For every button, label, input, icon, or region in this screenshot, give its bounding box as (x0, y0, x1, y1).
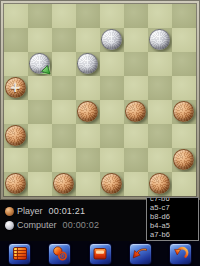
square-h1[interactable] (172, 172, 196, 196)
piece-bronze-man-f4[interactable] (125, 101, 146, 122)
piece-bronze-king-a5[interactable]: + (5, 77, 26, 98)
piece-bronze-man-d4[interactable] (77, 101, 98, 122)
square-a3[interactable] (4, 124, 28, 148)
square-h4[interactable] (172, 100, 196, 124)
square-d4[interactable] (76, 100, 100, 124)
undo-arrow-icon (173, 246, 189, 261)
square-g4[interactable] (148, 100, 172, 124)
square-a6[interactable] (4, 52, 28, 76)
player-clocks: Player 00:01:21 Computer 00:00:02 (5, 205, 99, 233)
computer-name: Computer (17, 220, 57, 230)
square-f8[interactable] (124, 4, 148, 28)
square-b4[interactable] (28, 100, 52, 124)
board-grid: + (4, 4, 196, 196)
square-f6[interactable] (124, 52, 148, 76)
bronze-piece-icon (5, 207, 14, 216)
square-a5[interactable]: + (4, 76, 28, 100)
square-h3[interactable] (172, 124, 196, 148)
square-a8[interactable] (4, 4, 28, 28)
move-table-button[interactable] (8, 243, 31, 265)
square-c3[interactable] (52, 124, 76, 148)
square-d8[interactable] (76, 4, 100, 28)
piece-white-man-g7[interactable] (149, 29, 170, 50)
last-move-arrow-icon (38, 62, 51, 75)
square-g2[interactable] (148, 148, 172, 172)
square-h5[interactable] (172, 76, 196, 100)
square-b1[interactable] (28, 172, 52, 196)
hint-arrow-icon (132, 246, 148, 261)
square-a1[interactable] (4, 172, 28, 196)
status-panel: Player 00:01:21 Computer 00:00:02 c7-b6a… (0, 200, 200, 266)
move-list[interactable]: c7-b6a5-c7b8-d6b4-a5a7-b6 (146, 197, 199, 241)
square-g3[interactable] (148, 124, 172, 148)
square-e7[interactable] (100, 28, 124, 52)
piece-bronze-man-a3[interactable] (5, 125, 26, 146)
square-e2[interactable] (100, 148, 124, 172)
square-a4[interactable] (4, 100, 28, 124)
square-g8[interactable] (148, 4, 172, 28)
piece-bronze-man-h2[interactable] (173, 149, 194, 170)
square-c2[interactable] (52, 148, 76, 172)
square-g6[interactable] (148, 52, 172, 76)
toolbar (0, 241, 200, 266)
square-e6[interactable] (100, 52, 124, 76)
white-piece-icon (5, 221, 14, 230)
square-c1[interactable] (52, 172, 76, 196)
piece-bronze-man-h4[interactable] (173, 101, 194, 122)
player-name: Player (17, 206, 43, 216)
king-cross-icon: + (6, 78, 25, 97)
square-f4[interactable] (124, 100, 148, 124)
square-e3[interactable] (100, 124, 124, 148)
new-game-button[interactable] (48, 243, 71, 265)
square-f5[interactable] (124, 76, 148, 100)
piece-white-man-b6[interactable] (29, 53, 50, 74)
square-b8[interactable] (28, 4, 52, 28)
square-b2[interactable] (28, 148, 52, 172)
square-f1[interactable] (124, 172, 148, 196)
square-g5[interactable] (148, 76, 172, 100)
computer-row: Computer 00:00:02 (5, 219, 99, 231)
square-d5[interactable] (76, 76, 100, 100)
square-d2[interactable] (76, 148, 100, 172)
square-b5[interactable] (28, 76, 52, 100)
square-g7[interactable] (148, 28, 172, 52)
square-c4[interactable] (52, 100, 76, 124)
square-d1[interactable] (76, 172, 100, 196)
piece-bronze-man-a1[interactable] (5, 173, 26, 194)
piece-bronze-man-c1[interactable] (53, 173, 74, 194)
piece-bronze-man-e1[interactable] (101, 173, 122, 194)
square-c8[interactable] (52, 4, 76, 28)
square-a2[interactable] (4, 148, 28, 172)
square-e1[interactable] (100, 172, 124, 196)
player-clock: 00:01:21 (49, 206, 86, 216)
square-g1[interactable] (148, 172, 172, 196)
square-d6[interactable] (76, 52, 100, 76)
square-f7[interactable] (124, 28, 148, 52)
computer-clock: 00:00:02 (63, 220, 100, 230)
square-h2[interactable] (172, 148, 196, 172)
piece-bronze-man-g1[interactable] (149, 173, 170, 194)
move-entry: a7-b6 (150, 230, 198, 239)
board-save-icon (92, 246, 108, 261)
square-c6[interactable] (52, 52, 76, 76)
move-list-content: c7-b6a5-c7b8-d6b4-a5a7-b6 (147, 197, 198, 239)
new-game-pieces-icon (52, 246, 68, 261)
square-h8[interactable] (172, 4, 196, 28)
move-entry: a5-c7 (150, 203, 198, 212)
undo-button[interactable] (169, 243, 192, 265)
piece-white-man-e7[interactable] (101, 29, 122, 50)
board-save-button[interactable] (89, 243, 112, 265)
square-b7[interactable] (28, 28, 52, 52)
piece-white-man-d6[interactable] (77, 53, 98, 74)
square-d3[interactable] (76, 124, 100, 148)
checkers-app: + Player 00:01:21 Computer 00:00:02 c7-b… (0, 0, 200, 266)
square-a7[interactable] (4, 28, 28, 52)
move-table-icon (12, 246, 28, 261)
square-b3[interactable] (28, 124, 52, 148)
square-c5[interactable] (52, 76, 76, 100)
square-f3[interactable] (124, 124, 148, 148)
move-entry: b8-d6 (150, 212, 198, 221)
player-row: Player 00:01:21 (5, 205, 99, 217)
square-f2[interactable] (124, 148, 148, 172)
square-c7[interactable] (52, 28, 76, 52)
square-e5[interactable] (100, 76, 124, 100)
checkers-board: + (0, 0, 200, 200)
square-d7[interactable] (76, 28, 100, 52)
square-h6[interactable] (172, 52, 196, 76)
move-entry: b4-a5 (150, 221, 198, 230)
hint-button[interactable] (129, 243, 152, 265)
square-b6[interactable] (28, 52, 52, 76)
square-e4[interactable] (100, 100, 124, 124)
square-e8[interactable] (100, 4, 124, 28)
square-h7[interactable] (172, 28, 196, 52)
